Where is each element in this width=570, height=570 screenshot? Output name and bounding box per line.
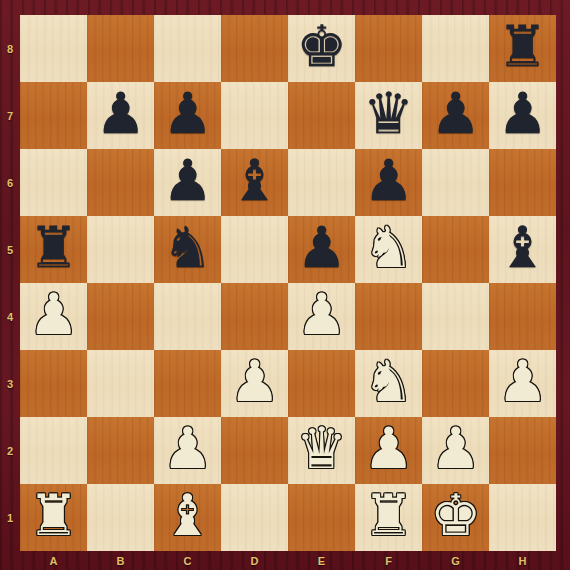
piece-white-pawn[interactable]: ♟ (28, 281, 79, 348)
square-f6[interactable]: ♟ (355, 149, 422, 216)
square-d2[interactable] (221, 417, 288, 484)
square-d6[interactable]: ♝ (221, 149, 288, 216)
square-g5[interactable] (422, 216, 489, 283)
piece-white-pawn[interactable]: ♟ (363, 415, 414, 482)
square-h7[interactable]: ♟ (489, 82, 556, 149)
square-b7[interactable]: ♟ (87, 82, 154, 149)
piece-black-pawn[interactable]: ♟ (497, 80, 548, 147)
chess-board[interactable]: ♚♜♟♟♛♟♟♟♝♟♜♞♟♞♝♟♟♟♞♟♟♛♟♟♜♝♜♚ (20, 15, 556, 551)
square-h6[interactable] (489, 149, 556, 216)
file-label-g: G (422, 551, 489, 570)
file-label-c: C (154, 551, 221, 570)
rank-labels: 87654321 (0, 15, 20, 551)
piece-black-king[interactable]: ♚ (296, 13, 347, 80)
rank-label-8: 8 (0, 15, 20, 82)
square-f3[interactable]: ♞ (355, 350, 422, 417)
square-e7[interactable] (288, 82, 355, 149)
piece-black-pawn[interactable]: ♟ (162, 147, 213, 214)
square-f7[interactable]: ♛ (355, 82, 422, 149)
square-c7[interactable]: ♟ (154, 82, 221, 149)
square-h5[interactable]: ♝ (489, 216, 556, 283)
square-g2[interactable]: ♟ (422, 417, 489, 484)
file-label-a: A (20, 551, 87, 570)
square-b6[interactable] (87, 149, 154, 216)
square-c3[interactable] (154, 350, 221, 417)
piece-white-pawn[interactable]: ♟ (497, 348, 548, 415)
square-f1[interactable]: ♜ (355, 484, 422, 551)
piece-black-queen[interactable]: ♛ (363, 80, 414, 147)
rank-label-5: 5 (0, 216, 20, 283)
square-d4[interactable] (221, 283, 288, 350)
square-a2[interactable] (20, 417, 87, 484)
piece-white-queen[interactable]: ♛ (296, 415, 347, 482)
square-d1[interactable] (221, 484, 288, 551)
square-g4[interactable] (422, 283, 489, 350)
square-g6[interactable] (422, 149, 489, 216)
square-h3[interactable]: ♟ (489, 350, 556, 417)
piece-white-knight[interactable]: ♞ (363, 348, 414, 415)
square-d3[interactable]: ♟ (221, 350, 288, 417)
piece-black-pawn[interactable]: ♟ (95, 80, 146, 147)
rank-label-4: 4 (0, 283, 20, 350)
piece-black-pawn[interactable]: ♟ (296, 214, 347, 281)
piece-black-pawn[interactable]: ♟ (162, 80, 213, 147)
file-label-h: H (489, 551, 556, 570)
square-a3[interactable] (20, 350, 87, 417)
square-b4[interactable] (87, 283, 154, 350)
square-f8[interactable] (355, 15, 422, 82)
square-f4[interactable] (355, 283, 422, 350)
piece-white-knight[interactable]: ♞ (363, 214, 414, 281)
rank-label-1: 1 (0, 484, 20, 551)
file-label-e: E (288, 551, 355, 570)
piece-black-pawn[interactable]: ♟ (430, 80, 481, 147)
piece-black-rook[interactable]: ♜ (497, 13, 548, 80)
piece-white-pawn[interactable]: ♟ (430, 415, 481, 482)
rank-label-6: 6 (0, 149, 20, 216)
square-c4[interactable] (154, 283, 221, 350)
square-f5[interactable]: ♞ (355, 216, 422, 283)
square-e2[interactable]: ♛ (288, 417, 355, 484)
square-f2[interactable]: ♟ (355, 417, 422, 484)
piece-black-bishop[interactable]: ♝ (497, 214, 548, 281)
square-h2[interactable] (489, 417, 556, 484)
piece-black-knight[interactable]: ♞ (162, 214, 213, 281)
square-b8[interactable] (87, 15, 154, 82)
square-a5[interactable]: ♜ (20, 216, 87, 283)
square-c1[interactable]: ♝ (154, 484, 221, 551)
square-h8[interactable]: ♜ (489, 15, 556, 82)
square-b5[interactable] (87, 216, 154, 283)
square-h1[interactable] (489, 484, 556, 551)
square-g3[interactable] (422, 350, 489, 417)
square-a1[interactable]: ♜ (20, 484, 87, 551)
square-e1[interactable] (288, 484, 355, 551)
square-b1[interactable] (87, 484, 154, 551)
square-e5[interactable]: ♟ (288, 216, 355, 283)
square-c8[interactable] (154, 15, 221, 82)
file-label-d: D (221, 551, 288, 570)
square-g7[interactable]: ♟ (422, 82, 489, 149)
piece-white-bishop[interactable]: ♝ (162, 482, 213, 549)
square-c2[interactable]: ♟ (154, 417, 221, 484)
piece-white-rook[interactable]: ♜ (28, 482, 79, 549)
square-g1[interactable]: ♚ (422, 484, 489, 551)
piece-white-pawn[interactable]: ♟ (296, 281, 347, 348)
square-e8[interactable]: ♚ (288, 15, 355, 82)
square-c6[interactable]: ♟ (154, 149, 221, 216)
rank-label-3: 3 (0, 350, 20, 417)
piece-white-pawn[interactable]: ♟ (229, 348, 280, 415)
board-frame: 87654321 ♚♜♟♟♛♟♟♟♝♟♜♞♟♞♝♟♟♟♞♟♟♛♟♟♜♝♜♚ AB… (0, 0, 570, 570)
square-h4[interactable] (489, 283, 556, 350)
square-g8[interactable] (422, 15, 489, 82)
square-e4[interactable]: ♟ (288, 283, 355, 350)
piece-black-pawn[interactable]: ♟ (363, 147, 414, 214)
file-label-f: F (355, 551, 422, 570)
piece-white-rook[interactable]: ♜ (363, 482, 414, 549)
square-d7[interactable] (221, 82, 288, 149)
piece-black-bishop[interactable]: ♝ (229, 147, 280, 214)
rank-label-2: 2 (0, 417, 20, 484)
rank-label-7: 7 (0, 82, 20, 149)
square-a7[interactable] (20, 82, 87, 149)
piece-black-rook[interactable]: ♜ (28, 214, 79, 281)
square-a8[interactable] (20, 15, 87, 82)
square-d8[interactable] (221, 15, 288, 82)
square-b3[interactable] (87, 350, 154, 417)
square-c5[interactable]: ♞ (154, 216, 221, 283)
square-e6[interactable] (288, 149, 355, 216)
file-label-b: B (87, 551, 154, 570)
square-e3[interactable] (288, 350, 355, 417)
square-a6[interactable] (20, 149, 87, 216)
piece-white-pawn[interactable]: ♟ (162, 415, 213, 482)
square-d5[interactable] (221, 216, 288, 283)
square-a4[interactable]: ♟ (20, 283, 87, 350)
piece-white-king[interactable]: ♚ (430, 482, 481, 549)
square-b2[interactable] (87, 417, 154, 484)
file-labels: ABCDEFGH (20, 551, 556, 570)
